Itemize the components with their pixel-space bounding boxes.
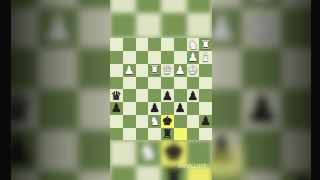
blur-square-f1	[110, 0, 136, 13]
square-g8[interactable]	[123, 128, 136, 141]
square-b3[interactable]: ♚	[187, 64, 200, 77]
bg-square-b3: ♚	[242, 8, 283, 49]
square-b1[interactable]: ♞	[187, 38, 200, 51]
square-f2[interactable]	[136, 51, 149, 64]
square-b6[interactable]	[187, 102, 200, 115]
square-a4[interactable]	[199, 77, 212, 90]
square-b7[interactable]	[187, 115, 200, 128]
square-b5[interactable]: ♟	[187, 89, 200, 102]
piece-white-K-b3[interactable]: ♚	[188, 64, 199, 76]
square-e2[interactable]	[148, 51, 161, 64]
square-a5[interactable]	[199, 89, 212, 102]
piece-white-N-b1[interactable]: ♞	[188, 39, 199, 51]
square-d4[interactable]	[161, 77, 174, 90]
bg-piece-white-P-g3: ♟	[41, 9, 75, 47]
bg-square-g3: ♟	[38, 8, 79, 49]
square-a8[interactable]	[199, 128, 212, 141]
piece-white-Q-d3[interactable]: ♛	[162, 64, 173, 76]
square-f6[interactable]	[136, 102, 149, 115]
square-g1[interactable]	[123, 38, 136, 51]
bg-square-g2	[38, 0, 79, 8]
piece-white-P-g3[interactable]: ♟	[124, 64, 135, 76]
piece-white-B-a2[interactable]: ♝	[200, 51, 211, 63]
bg-piece-black-P-b5: ♟	[245, 90, 279, 128]
piece-white-R-a1[interactable]: ♜	[200, 39, 211, 51]
square-f3[interactable]	[136, 64, 149, 77]
square-h2[interactable]	[110, 51, 123, 64]
square-f4[interactable]	[136, 77, 149, 90]
square-f8[interactable]	[136, 128, 149, 141]
bg-square-b5: ♟	[242, 89, 283, 130]
blur-piece-black-K-d7: ♚	[163, 141, 185, 165]
square-e4[interactable]	[148, 77, 161, 90]
watermark-text: XRVLLIHT	[178, 163, 207, 169]
blur-square-c2	[187, 13, 213, 39]
piece-black-P-h6[interactable]: ♟	[111, 102, 122, 114]
blur-square-f2	[110, 13, 136, 39]
square-c1[interactable]	[174, 38, 187, 51]
square-b4[interactable]	[187, 77, 200, 90]
square-a1[interactable]: ♜	[199, 38, 212, 51]
square-g5[interactable]	[123, 89, 136, 102]
bg-square-g7	[38, 171, 79, 180]
square-c8[interactable]	[174, 128, 187, 141]
piece-black-P-b5[interactable]: ♟	[188, 90, 199, 102]
square-f7[interactable]	[136, 115, 149, 128]
piece-black-P-e6[interactable]: ♟	[149, 102, 160, 114]
square-g7[interactable]	[123, 115, 136, 128]
square-d1[interactable]	[161, 38, 174, 51]
square-a3[interactable]	[199, 64, 212, 77]
square-f1[interactable]	[136, 38, 149, 51]
piece-white-N-e7[interactable]: ♞	[149, 115, 160, 127]
chessboard[interactable]: ♞♜♟♝♟♜♛♟♚♛♟♟♟♟♟♞♚♟♜	[110, 38, 212, 140]
square-h5[interactable]: ♛	[110, 89, 123, 102]
square-g6[interactable]	[123, 102, 136, 115]
square-d5[interactable]: ♟	[161, 89, 174, 102]
blur-square-e2	[136, 13, 162, 39]
square-h1[interactable]	[110, 38, 123, 51]
bg-square-g6	[38, 130, 79, 171]
piece-black-P-d5[interactable]: ♟	[162, 90, 173, 102]
square-g3[interactable]: ♟	[123, 64, 136, 77]
square-b8[interactable]	[187, 128, 200, 141]
piece-black-K-d7[interactable]: ♚	[162, 115, 173, 127]
square-a2[interactable]: ♝	[199, 51, 212, 64]
piece-black-P-a7[interactable]: ♟	[200, 115, 211, 127]
square-d8[interactable]: ♜	[161, 128, 174, 141]
square-c4[interactable]	[174, 77, 187, 90]
bg-square-b2: ♟	[242, 0, 283, 8]
bg-square-b7	[242, 171, 283, 180]
piece-white-P-b2[interactable]: ♟	[188, 51, 199, 63]
square-e3[interactable]: ♜	[148, 64, 161, 77]
square-e5[interactable]	[148, 89, 161, 102]
piece-black-Q-h5[interactable]: ♛	[111, 90, 122, 102]
blur-square-d7: ♚	[161, 140, 187, 166]
square-h7[interactable]	[110, 115, 123, 128]
video-strip: ♞♜♟♝♟♜♛♟♚♛♟♟♟♟♟♞♚♟♜ ♞♜♟♝♟♜♛♟♚♛♟♟♟♟♟♞♚♟♜ …	[110, 0, 212, 180]
bg-square-g4	[38, 48, 79, 89]
blur-piece-white-N-e7: ♞	[138, 141, 160, 165]
right-edge-bar	[311, 0, 320, 180]
square-c5[interactable]	[174, 89, 187, 102]
square-e6[interactable]: ♟	[148, 102, 161, 115]
square-e8[interactable]	[148, 128, 161, 141]
video-frame: ♞♜♟♝♟♜♛♟♚♛♟♟♟♟♟♞♚♟♜ ♞♜♟♝♟♜♛♟♚♛♟♟♟♟♟♞♚♟♜ …	[0, 0, 320, 180]
square-d2[interactable]	[161, 51, 174, 64]
square-c7[interactable]	[174, 115, 187, 128]
square-a6[interactable]	[199, 102, 212, 115]
blur-square-e8	[136, 166, 162, 180]
blur-square-c7	[187, 140, 213, 166]
square-g4[interactable]	[123, 77, 136, 90]
square-e7[interactable]: ♞	[148, 115, 161, 128]
blur-square-e1	[136, 0, 162, 13]
bg-piece-white-K-b3: ♚	[245, 9, 279, 47]
blur-square-f7	[110, 140, 136, 166]
square-a7[interactable]: ♟	[199, 115, 212, 128]
bg-square-b6	[242, 130, 283, 171]
bg-square-b4	[242, 48, 283, 89]
square-b2[interactable]: ♟	[187, 51, 200, 64]
blur-square-f8	[110, 166, 136, 180]
square-h4[interactable]	[110, 77, 123, 90]
square-e1[interactable]	[148, 38, 161, 51]
bg-piece-white-P-b2: ♟	[245, 0, 279, 6]
bg-square-g5	[38, 89, 79, 130]
square-f5[interactable]	[136, 89, 149, 102]
left-edge-bar	[0, 0, 11, 180]
square-d7[interactable]: ♚	[161, 115, 174, 128]
blur-square-d1	[161, 0, 187, 13]
piece-black-R-d8[interactable]: ♜	[162, 128, 173, 140]
square-h6[interactable]: ♟	[110, 102, 123, 115]
square-c2[interactable]	[174, 51, 187, 64]
blur-square-c1	[187, 0, 213, 13]
blur-square-d2	[161, 13, 187, 39]
piece-black-P-c6[interactable]: ♟	[175, 102, 186, 114]
square-d3[interactable]: ♛	[161, 64, 174, 77]
square-d6[interactable]	[161, 102, 174, 115]
square-c3[interactable]: ♟	[174, 64, 187, 77]
piece-white-P-c3[interactable]: ♟	[175, 64, 186, 76]
blur-square-e7: ♞	[136, 140, 162, 166]
square-g2[interactable]	[123, 51, 136, 64]
square-h8[interactable]	[110, 128, 123, 141]
piece-white-R-e3[interactable]: ♜	[149, 64, 160, 76]
square-c6[interactable]: ♟	[174, 102, 187, 115]
square-h3[interactable]	[110, 64, 123, 77]
